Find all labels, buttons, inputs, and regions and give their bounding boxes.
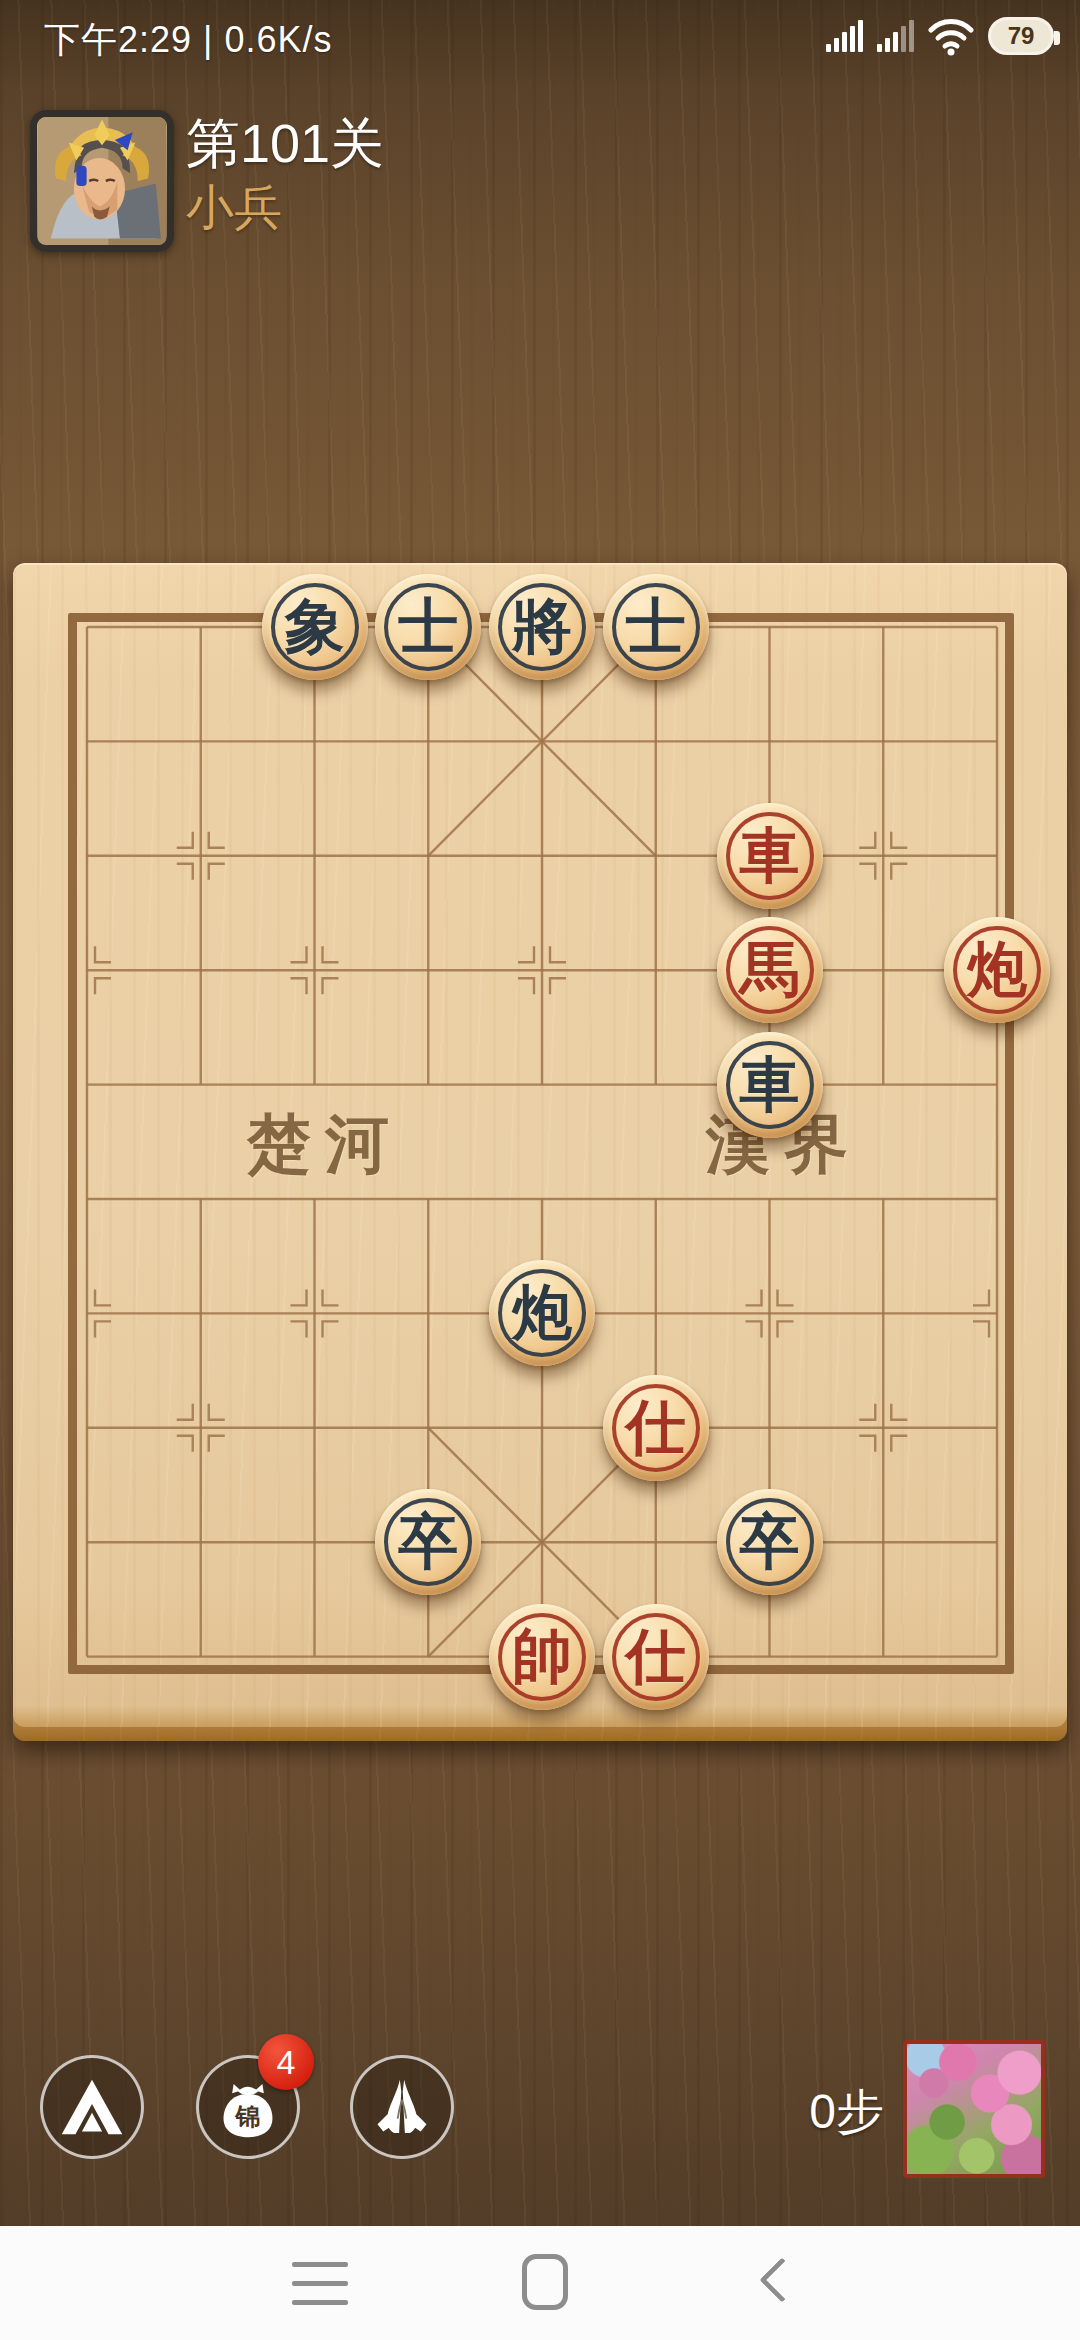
piece-character: 象 xyxy=(285,596,345,656)
piece-character: 士 xyxy=(626,596,686,656)
photo-thumbnail[interactable] xyxy=(903,2040,1045,2178)
xiangqi-piece-red[interactable]: 車 xyxy=(717,803,823,909)
avatar[interactable] xyxy=(30,110,174,252)
piece-character: 將 xyxy=(512,596,572,656)
piece-character: 車 xyxy=(740,1054,800,1114)
hint-badge: 4 xyxy=(258,2034,314,2090)
difficulty-label: 小兵 xyxy=(186,176,282,240)
xiangqi-piece-red[interactable]: 炮 xyxy=(944,917,1050,1023)
piece-character: 士 xyxy=(398,596,458,656)
android-navbar xyxy=(0,2226,1080,2340)
board-grid xyxy=(87,627,999,1659)
piece-character: 馬 xyxy=(740,939,800,999)
steps-counter: 0步 xyxy=(809,2080,884,2144)
xiangqi-piece-black[interactable]: 炮 xyxy=(489,1260,595,1366)
signal-icon-sim2 xyxy=(877,20,914,52)
status-icons: 79 xyxy=(826,14,1054,58)
home-icon[interactable] xyxy=(522,2254,568,2310)
xiangqi-piece-black[interactable]: 士 xyxy=(375,574,481,680)
piece-character: 仕 xyxy=(626,1626,686,1686)
piece-character: 炮 xyxy=(512,1282,572,1342)
xiangqi-piece-black[interactable]: 象 xyxy=(262,574,368,680)
xiangqi-piece-red[interactable]: 馬 xyxy=(717,917,823,1023)
river-label-left: 楚河 xyxy=(247,1101,403,1188)
hint-badge-count: 4 xyxy=(277,2043,296,2082)
xiangqi-piece-black[interactable]: 車 xyxy=(717,1032,823,1138)
exit-button[interactable] xyxy=(40,2055,144,2159)
status-bar: 下午2:29 | 0.6K/s 79 xyxy=(0,0,1080,72)
mountain-arrow-icon xyxy=(56,2071,128,2143)
piece-character: 車 xyxy=(740,825,800,885)
menu-icon[interactable] xyxy=(292,2262,348,2319)
hint-bag-label: 锦 xyxy=(234,2102,260,2131)
piece-character: 帥 xyxy=(512,1626,572,1686)
xiangqi-piece-black[interactable]: 卒 xyxy=(375,1489,481,1595)
warrior-avatar-art xyxy=(37,117,167,245)
battery-icon: 79 xyxy=(988,17,1054,55)
signal-icon-sim1 xyxy=(826,20,863,52)
xiangqi-piece-red[interactable]: 仕 xyxy=(603,1604,709,1710)
game-toolbar: 锦 4 0步 xyxy=(0,2040,1080,2190)
piece-character: 卒 xyxy=(740,1511,800,1571)
xiangqi-piece-red[interactable]: 帥 xyxy=(489,1604,595,1710)
piece-character: 卒 xyxy=(398,1511,458,1571)
piece-character: 仕 xyxy=(626,1397,686,1457)
praying-hands-icon xyxy=(366,2071,438,2143)
piece-character: 炮 xyxy=(967,939,1027,999)
level-title: 第101关 xyxy=(186,108,384,181)
xiangqi-piece-black[interactable]: 將 xyxy=(489,574,595,680)
xiangqi-piece-black[interactable]: 士 xyxy=(603,574,709,680)
status-time: 下午2:29 | 0.6K/s xyxy=(44,16,332,65)
xiangqi-piece-black[interactable]: 卒 xyxy=(717,1489,823,1595)
pray-button[interactable] xyxy=(350,2055,454,2159)
wifi-icon xyxy=(928,16,974,56)
back-icon[interactable] xyxy=(759,2257,804,2302)
battery-percent: 79 xyxy=(1008,22,1035,50)
xiangqi-piece-red[interactable]: 仕 xyxy=(603,1375,709,1481)
